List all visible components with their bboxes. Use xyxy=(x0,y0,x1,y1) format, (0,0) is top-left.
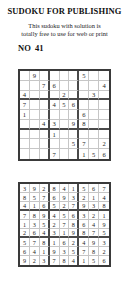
puzzle-cell xyxy=(50,139,60,149)
solution-cell: 8 xyxy=(30,211,40,220)
solution-cell: 7 xyxy=(50,256,60,265)
puzzle-cell xyxy=(60,71,70,81)
puzzle-cell: 1 xyxy=(79,149,89,159)
solution-cell: 4 xyxy=(60,184,70,193)
puzzle-cell: 8 xyxy=(79,120,89,130)
solution-cell: 3 xyxy=(69,193,79,202)
puzzle-cell xyxy=(50,91,60,101)
puzzle-cell xyxy=(30,100,40,110)
solution-cell: 2 xyxy=(30,256,40,265)
puzzle-cell xyxy=(30,139,40,149)
puzzle-cell xyxy=(60,81,70,91)
puzzle-cell xyxy=(60,130,70,140)
solution-cell: 2 xyxy=(60,202,70,211)
solution-cell: 6 xyxy=(89,184,99,193)
solution-cell: 4 xyxy=(69,256,79,265)
solution-cell: 9 xyxy=(20,256,30,265)
solution-cell: 2 xyxy=(99,247,109,256)
solution-cell: 9 xyxy=(69,229,79,238)
puzzle-cell xyxy=(50,110,60,120)
puzzle-cell xyxy=(60,149,70,159)
puzzle-cell xyxy=(50,71,60,81)
puzzle-cell: 6 xyxy=(99,149,109,159)
puzzle-cell xyxy=(20,149,30,159)
puzzle-cell: 4 xyxy=(50,100,60,110)
solution-cell: 2 xyxy=(50,220,60,229)
solution-cell: 6 xyxy=(99,256,109,265)
solution-cell: 5 xyxy=(60,211,70,220)
solution-cell: 5 xyxy=(30,193,40,202)
solution-cell: 4 xyxy=(99,193,109,202)
solution-cell: 8 xyxy=(60,256,70,265)
solution-cell: 9 xyxy=(40,211,50,220)
puzzle-cell: 5 xyxy=(60,100,70,110)
solution-cell: 9 xyxy=(30,184,40,193)
puzzle-cell xyxy=(79,130,89,140)
puzzle-cell: 4 xyxy=(99,81,109,91)
solution-cell: 4 xyxy=(79,238,89,247)
puzzle-cell xyxy=(40,91,50,101)
solution-cell: 5 xyxy=(40,220,50,229)
puzzle-cell xyxy=(99,120,109,130)
solution-cell: 6 xyxy=(30,229,40,238)
solution-cell: 7 xyxy=(30,238,40,247)
solution-cell: 8 xyxy=(20,193,30,202)
solution-cell: 4 xyxy=(40,229,50,238)
solution-cell: 2 xyxy=(40,184,50,193)
solution-cell: 5 xyxy=(99,229,109,238)
solution-cell: 3 xyxy=(79,211,89,220)
puzzle-cell xyxy=(69,81,79,91)
puzzle-cell xyxy=(60,120,70,130)
solution-cell: 7 xyxy=(99,184,109,193)
solution-cell: 8 xyxy=(79,229,89,238)
solution-cell: 5 xyxy=(69,247,79,256)
puzzle-cell xyxy=(89,81,99,91)
puzzle-cell: 6 xyxy=(79,110,89,120)
puzzle-cell: 3 xyxy=(50,120,60,130)
solution-cell: 9 xyxy=(99,220,109,229)
puzzle-cell xyxy=(30,91,40,101)
solution-cell: 6 xyxy=(50,193,60,202)
solution-cell: 1 xyxy=(30,202,40,211)
solution-cell: 2 xyxy=(89,211,99,220)
solution-cell: 8 xyxy=(50,184,60,193)
puzzle-cell xyxy=(89,71,99,81)
puzzle-cell xyxy=(30,110,40,120)
solution-cell: 7 xyxy=(60,220,70,229)
puzzle-cell: 9 xyxy=(69,120,79,130)
subtitle-line-2: totally free to use for web or print xyxy=(0,30,129,38)
solution-cell: 1 xyxy=(99,211,109,220)
solution-cell: 3 xyxy=(89,202,99,211)
puzzle-cell: 3 xyxy=(89,91,99,101)
solution-cell: 9 xyxy=(79,202,89,211)
puzzle-cell: 7 xyxy=(79,139,89,149)
solution-cell: 3 xyxy=(40,256,50,265)
puzzle-cell xyxy=(69,71,79,81)
puzzle-cell xyxy=(30,120,40,130)
puzzle-cell: 6 xyxy=(69,100,79,110)
solution-cell: 1 xyxy=(50,238,60,247)
puzzle-cell: 2 xyxy=(60,91,70,101)
solution-cell: 5 xyxy=(79,184,89,193)
solution-cell: 3 xyxy=(60,247,70,256)
solution-cell: 9 xyxy=(89,238,99,247)
solution-cell: 7 xyxy=(79,247,89,256)
puzzle-cell xyxy=(99,130,109,140)
puzzle-cell: 5 xyxy=(89,149,99,159)
solution-cell: 2 xyxy=(79,193,89,202)
solution-cell: 7 xyxy=(89,229,99,238)
puzzle-cell xyxy=(40,71,50,81)
puzzle-cell: 7 xyxy=(20,100,30,110)
puzzle-cell xyxy=(89,110,99,120)
solution-cell: 1 xyxy=(89,193,99,202)
solution-cell: 5 xyxy=(89,256,99,265)
solution-cell: 4 xyxy=(89,220,99,229)
puzzle-cell: 5 xyxy=(69,139,79,149)
puzzle-cell: 7 xyxy=(40,81,50,91)
solution-cell: 3 xyxy=(20,184,30,193)
solution-cell: 6 xyxy=(40,202,50,211)
puzzle-cell: 1 xyxy=(20,110,30,120)
puzzle-number: NO 41 xyxy=(18,43,44,53)
solution-cell: 4 xyxy=(20,202,30,211)
puzzle-cell xyxy=(20,130,30,140)
puzzle-cell: 4 xyxy=(20,91,30,101)
solution-cell: 9 xyxy=(60,193,70,202)
solution-cell: 5 xyxy=(50,202,60,211)
puzzle-cell xyxy=(99,71,109,81)
puzzle-cell xyxy=(99,100,109,110)
puzzle-cell xyxy=(30,81,40,91)
solution-cell: 6 xyxy=(20,247,30,256)
puzzle-cell xyxy=(40,110,50,120)
solution-cell: 4 xyxy=(50,211,60,220)
solution-cell: 8 xyxy=(99,202,109,211)
solution-cell: 6 xyxy=(69,211,79,220)
solution-cell: 2 xyxy=(20,229,30,238)
sudoku-solution-grid: 3928415678576932144165279387894563211352… xyxy=(18,182,111,267)
puzzle-cell: 9 xyxy=(30,71,40,81)
puzzle-cell xyxy=(30,130,40,140)
puzzle-cell xyxy=(99,91,109,101)
puzzle-cell xyxy=(40,130,50,140)
puzzle-cell: 7 xyxy=(50,149,60,159)
sudoku-puzzle-grid: 95764423745616439815727156 xyxy=(18,69,111,161)
puzzle-cell xyxy=(20,139,30,149)
solution-cell: 3 xyxy=(50,229,60,238)
solution-cell: 1 xyxy=(69,184,79,193)
puzzle-cell xyxy=(79,100,89,110)
puzzle-cell: 4 xyxy=(40,120,50,130)
puzzle-cell xyxy=(89,130,99,140)
puzzle-cell xyxy=(20,120,30,130)
puzzle-cell: 2 xyxy=(99,139,109,149)
solution-cell: 1 xyxy=(60,229,70,238)
puzzle-cell xyxy=(40,139,50,149)
puzzle-cell: 6 xyxy=(50,81,60,91)
solution-cell: 6 xyxy=(79,220,89,229)
puzzle-cell xyxy=(60,110,70,120)
solution-cell: 2 xyxy=(69,238,79,247)
solution-cell: 1 xyxy=(79,256,89,265)
solution-cell: 6 xyxy=(60,238,70,247)
subtitle-line-1: This sudoku with solution is xyxy=(0,22,129,30)
puzzle-cell xyxy=(40,149,50,159)
puzzle-cell xyxy=(89,139,99,149)
puzzle-cell xyxy=(79,91,89,101)
puzzle-cell: 1 xyxy=(50,130,60,140)
solution-cell: 7 xyxy=(20,211,30,220)
solution-cell: 7 xyxy=(40,193,50,202)
puzzle-cell xyxy=(69,91,79,101)
puzzle-cell xyxy=(40,100,50,110)
solution-cell: 3 xyxy=(99,238,109,247)
solution-cell: 7 xyxy=(69,202,79,211)
puzzle-cell xyxy=(69,149,79,159)
solution-cell: 3 xyxy=(30,220,40,229)
puzzle-cell xyxy=(69,110,79,120)
puzzle-cell xyxy=(30,149,40,159)
page-title: SUDOKU FOR PUBLISHING xyxy=(0,6,129,16)
solution-cell: 1 xyxy=(20,220,30,229)
solution-cell: 9 xyxy=(50,247,60,256)
puzzle-cell xyxy=(99,110,109,120)
solution-cell: 5 xyxy=(20,238,30,247)
puzzle-cell xyxy=(69,130,79,140)
solution-cell: 8 xyxy=(69,220,79,229)
subtitle: This sudoku with solution is totally fre… xyxy=(0,22,129,38)
puzzle-cell xyxy=(89,100,99,110)
solution-cell: 4 xyxy=(30,247,40,256)
puzzle-cell xyxy=(20,81,30,91)
solution-cell: 1 xyxy=(40,247,50,256)
solution-cell: 8 xyxy=(40,238,50,247)
puzzle-cell xyxy=(79,81,89,91)
puzzle-cell: 5 xyxy=(79,71,89,81)
puzzle-cell xyxy=(20,71,30,81)
puzzle-cell xyxy=(60,139,70,149)
solution-cell: 8 xyxy=(89,247,99,256)
puzzle-cell xyxy=(89,120,99,130)
